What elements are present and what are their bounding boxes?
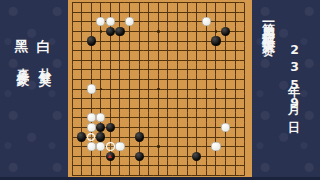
intersection-l9	[173, 75, 183, 85]
intersection-k11	[163, 94, 173, 104]
intersection-j8	[154, 65, 164, 75]
intersection-p2	[211, 8, 221, 18]
ghost-white-stone	[87, 133, 96, 142]
intersection-n14	[192, 123, 202, 133]
white-stone	[211, 142, 220, 151]
intersection-l13	[173, 113, 183, 123]
intersection-l12	[173, 103, 183, 113]
intersection-a6	[68, 46, 77, 56]
intersection-f12	[115, 103, 125, 113]
intersection-n13	[192, 113, 202, 123]
intersection-n9	[192, 75, 202, 85]
intersection-e5	[106, 36, 116, 46]
intersection-h1	[134, 0, 144, 8]
intersection-f3	[115, 17, 125, 27]
white-stone	[221, 123, 230, 132]
intersection-h13	[134, 113, 144, 123]
intersection-b18	[77, 161, 87, 171]
intersection-b6	[77, 46, 87, 56]
intersection-e18	[106, 161, 116, 171]
intersection-m10	[182, 84, 192, 94]
intersection-d2	[96, 8, 106, 18]
intersection-g16	[125, 142, 135, 152]
intersection-j9	[154, 75, 164, 85]
intersection-g13	[125, 113, 135, 123]
intersection-n7	[192, 55, 202, 65]
intersection-q16	[221, 142, 231, 152]
intersection-b7	[77, 55, 87, 65]
intersection-i16	[144, 142, 154, 152]
intersection-c8	[86, 65, 96, 75]
intersection-q5	[221, 36, 231, 46]
intersection-h14	[134, 123, 144, 133]
intersection-k4	[163, 27, 173, 37]
intersection-l5	[173, 36, 183, 46]
intersection-e6	[106, 46, 116, 56]
intersection-j6	[154, 46, 164, 56]
intersection-f2	[115, 8, 125, 18]
intersection-j17	[154, 151, 164, 161]
event-title: 第一届烂柯杯半决赛	[259, 12, 277, 35]
black-stone-last-move	[106, 152, 115, 161]
intersection-c5	[86, 36, 96, 46]
intersection-a1	[68, 0, 77, 8]
intersection-s10	[240, 84, 250, 94]
intersection-e2	[106, 8, 116, 18]
black-stone	[135, 152, 144, 161]
intersection-r16	[230, 142, 240, 152]
intersection-c13	[86, 113, 96, 123]
intersection-s6	[240, 46, 250, 56]
intersection-m11	[182, 94, 192, 104]
intersection-g8	[125, 65, 135, 75]
intersection-k3	[163, 17, 173, 27]
intersection-h15	[134, 132, 144, 142]
white-stone	[87, 84, 96, 93]
intersection-g5	[125, 36, 135, 46]
intersection-g3	[125, 17, 135, 27]
intersection-n4	[192, 27, 202, 37]
intersection-h3	[134, 17, 144, 27]
intersection-h7	[134, 55, 144, 65]
intersection-d14	[96, 123, 106, 133]
intersection-g11	[125, 94, 135, 104]
intersection-o17	[202, 151, 212, 161]
intersection-a7	[68, 55, 77, 65]
intersection-n18	[192, 161, 202, 171]
intersection-c16	[86, 142, 96, 152]
intersection-r2	[230, 8, 240, 18]
intersection-g7	[125, 55, 135, 65]
star-point	[157, 30, 159, 32]
intersection-a10	[68, 84, 77, 94]
intersection-m12	[182, 103, 192, 113]
intersection-h17	[134, 151, 144, 161]
intersection-m4	[182, 27, 192, 37]
intersection-o12	[202, 103, 212, 113]
intersection-e8	[106, 65, 116, 75]
intersection-l8	[173, 65, 183, 75]
intersection-i4	[144, 27, 154, 37]
intersection-q10	[221, 84, 231, 94]
intersection-h10	[134, 84, 144, 94]
white-stone	[87, 142, 96, 151]
intersection-r15	[230, 132, 240, 142]
intersection-g18	[125, 161, 135, 171]
intersection-c10	[86, 84, 96, 94]
intersection-h11	[134, 94, 144, 104]
intersection-q4	[221, 27, 231, 37]
intersection-n2	[192, 8, 202, 18]
intersection-p8	[211, 65, 221, 75]
intersection-d17	[96, 151, 106, 161]
intersection-q18	[221, 161, 231, 171]
intersection-f9	[115, 75, 125, 85]
white-stone	[106, 17, 115, 26]
intersection-s13	[240, 113, 250, 123]
intersection-e4	[106, 27, 116, 37]
white-stone	[115, 142, 124, 151]
intersection-q8	[221, 65, 231, 75]
intersection-b8	[77, 65, 87, 75]
intersection-m17	[182, 151, 192, 161]
intersection-b1	[77, 0, 87, 8]
intersection-n5	[192, 36, 202, 46]
intersection-e7	[106, 55, 116, 65]
intersection-e17	[106, 151, 116, 161]
intersection-s7	[240, 55, 250, 65]
intersection-i11	[144, 94, 154, 104]
star-point	[157, 88, 159, 90]
intersection-p17	[211, 151, 221, 161]
intersection-p11	[211, 94, 221, 104]
intersection-b13	[77, 113, 87, 123]
intersection-l7	[173, 55, 183, 65]
intersection-f5	[115, 36, 125, 46]
intersection-s12	[240, 103, 250, 113]
intersection-o13	[202, 113, 212, 123]
intersection-m6	[182, 46, 192, 56]
intersection-k7	[163, 55, 173, 65]
intersection-d10	[96, 84, 106, 94]
intersection-c3	[86, 17, 96, 27]
black-player-name: 辜梓豪	[14, 58, 31, 67]
intersection-b2	[77, 8, 87, 18]
intersection-i17	[144, 151, 154, 161]
intersection-q11	[221, 94, 231, 104]
black-stone	[192, 152, 201, 161]
intersection-c6	[86, 46, 96, 56]
intersection-m16	[182, 142, 192, 152]
intersection-r10	[230, 84, 240, 94]
intersection-s16	[240, 142, 250, 152]
white-stone	[96, 142, 105, 151]
intersection-e12	[106, 103, 116, 113]
intersection-b4	[77, 27, 87, 37]
intersection-m15	[182, 132, 192, 142]
intersection-n8	[192, 65, 202, 75]
intersection-p12	[211, 103, 221, 113]
intersection-j4	[154, 27, 164, 37]
intersection-g14	[125, 123, 135, 133]
intersection-f14	[115, 123, 125, 133]
black-stone	[106, 123, 115, 132]
intersection-d7	[96, 55, 106, 65]
event-date: 23年5月9日	[285, 42, 302, 113]
intersection-l2	[173, 8, 183, 18]
intersection-p14	[211, 123, 221, 133]
black-stone	[106, 27, 115, 36]
intersection-c9	[86, 75, 96, 85]
intersection-j7	[154, 55, 164, 65]
broadcast-frame: 白 朴健昊 黑 辜梓豪 第一届烂柯杯半决赛 23年5月9日	[0, 0, 320, 180]
black-stone	[221, 27, 230, 36]
intersection-j1	[154, 0, 164, 8]
intersection-c1	[86, 0, 96, 8]
intersection-g4	[125, 27, 135, 37]
intersection-c17	[86, 151, 96, 161]
intersection-l11	[173, 94, 183, 104]
white-stone	[96, 17, 105, 26]
intersection-d1	[96, 0, 106, 8]
intersection-r6	[230, 46, 240, 56]
intersection-l15	[173, 132, 183, 142]
intersection-r5	[230, 36, 240, 46]
intersection-l14	[173, 123, 183, 133]
intersection-h18	[134, 161, 144, 171]
intersection-j15	[154, 132, 164, 142]
intersection-i5	[144, 36, 154, 46]
intersection-i3	[144, 17, 154, 27]
intersection-s15	[240, 132, 250, 142]
intersection-p18	[211, 161, 221, 171]
intersection-d12	[96, 103, 106, 113]
intersection-d18	[96, 161, 106, 171]
white-stone	[125, 17, 134, 26]
intersection-f16	[115, 142, 125, 152]
intersection-i18	[144, 161, 154, 171]
intersection-j18	[154, 161, 164, 171]
intersection-k18	[163, 161, 173, 171]
star-point	[215, 30, 217, 32]
intersection-q6	[221, 46, 231, 56]
intersection-k2	[163, 8, 173, 18]
intersection-n6	[192, 46, 202, 56]
intersection-c14	[86, 123, 96, 133]
intersection-n17	[192, 151, 202, 161]
intersection-s2	[240, 8, 250, 18]
intersection-o1	[202, 0, 212, 8]
intersection-f8	[115, 65, 125, 75]
intersection-m18	[182, 161, 192, 171]
intersection-a18	[68, 161, 77, 171]
intersection-o11	[202, 94, 212, 104]
intersection-j5	[154, 36, 164, 46]
intersection-s4	[240, 27, 250, 37]
intersection-l6	[173, 46, 183, 56]
intersection-k17	[163, 151, 173, 161]
intersection-h8	[134, 65, 144, 75]
intersection-i12	[144, 103, 154, 113]
intersection-r8	[230, 65, 240, 75]
intersection-q3	[221, 17, 231, 27]
intersection-l10	[173, 84, 183, 94]
intersection-i9	[144, 75, 154, 85]
intersection-q1	[221, 0, 231, 8]
intersection-a3	[68, 17, 77, 27]
intersection-b14	[77, 123, 87, 133]
intersection-c4	[86, 27, 96, 37]
intersection-f15	[115, 132, 125, 142]
intersection-d5	[96, 36, 106, 46]
intersection-f4	[115, 27, 125, 37]
black-stone	[211, 36, 220, 45]
white-stone	[87, 113, 96, 122]
star-point	[100, 88, 102, 90]
intersection-o7	[202, 55, 212, 65]
intersection-q17	[221, 151, 231, 161]
black-stone	[87, 36, 96, 45]
intersection-s17	[240, 151, 250, 161]
intersection-j2	[154, 8, 164, 18]
intersection-g12	[125, 103, 135, 113]
intersection-b10	[77, 84, 87, 94]
go-board	[68, 0, 252, 180]
intersection-i8	[144, 65, 154, 75]
intersection-p3	[211, 17, 221, 27]
intersection-a12	[68, 103, 77, 113]
intersection-o16	[202, 142, 212, 152]
intersection-b16	[77, 142, 87, 152]
intersection-e13	[106, 113, 116, 123]
intersection-h5	[134, 36, 144, 46]
intersection-n1	[192, 0, 202, 8]
intersection-r3	[230, 17, 240, 27]
intersection-e16	[106, 142, 116, 152]
intersection-q2	[221, 8, 231, 18]
intersection-s3	[240, 17, 250, 27]
intersection-j14	[154, 123, 164, 133]
intersection-a16	[68, 142, 77, 152]
intersection-c11	[86, 94, 96, 104]
intersection-p5	[211, 36, 221, 46]
intersection-a14	[68, 123, 77, 133]
intersection-e15	[106, 132, 116, 142]
intersection-g15	[125, 132, 135, 142]
intersection-h12	[134, 103, 144, 113]
intersection-d9	[96, 75, 106, 85]
intersection-j16	[154, 142, 164, 152]
intersection-i2	[144, 8, 154, 18]
intersection-m14	[182, 123, 192, 133]
intersection-h9	[134, 75, 144, 85]
intersection-i13	[144, 113, 154, 123]
intersection-d4	[96, 27, 106, 37]
intersection-m5	[182, 36, 192, 46]
intersection-i7	[144, 55, 154, 65]
intersection-e14	[106, 123, 116, 133]
intersection-k10	[163, 84, 173, 94]
intersection-i15	[144, 132, 154, 142]
intersection-j12	[154, 103, 164, 113]
intersection-p13	[211, 113, 221, 123]
intersection-d11	[96, 94, 106, 104]
intersection-o8	[202, 65, 212, 75]
intersection-a8	[68, 65, 77, 75]
letterbox-bottom	[0, 177, 320, 180]
intersection-l1	[173, 0, 183, 8]
intersection-e3	[106, 17, 116, 27]
intersection-h6	[134, 46, 144, 56]
intersection-q13	[221, 113, 231, 123]
intersection-s18	[240, 161, 250, 171]
intersection-k8	[163, 65, 173, 75]
intersection-k5	[163, 36, 173, 46]
intersection-e1	[106, 0, 116, 8]
intersection-a4	[68, 27, 77, 37]
intersection-o6	[202, 46, 212, 56]
last-move-triangle-marker	[108, 154, 112, 158]
intersection-j11	[154, 94, 164, 104]
intersection-k14	[163, 123, 173, 133]
intersection-b11	[77, 94, 87, 104]
intersection-h4	[134, 27, 144, 37]
intersection-o14	[202, 123, 212, 133]
intersection-i6	[144, 46, 154, 56]
intersection-p15	[211, 132, 221, 142]
intersection-f7	[115, 55, 125, 65]
intersection-p6	[211, 46, 221, 56]
intersection-a13	[68, 113, 77, 123]
intersection-l4	[173, 27, 183, 37]
intersection-a17	[68, 151, 77, 161]
intersection-o4	[202, 27, 212, 37]
intersection-r4	[230, 27, 240, 37]
intersection-h2	[134, 8, 144, 18]
go-board-grid	[68, 0, 249, 180]
intersection-i14	[144, 123, 154, 133]
intersection-k16	[163, 142, 173, 152]
intersection-m13	[182, 113, 192, 123]
intersection-r7	[230, 55, 240, 65]
intersection-g17	[125, 151, 135, 161]
intersection-r13	[230, 113, 240, 123]
intersection-n16	[192, 142, 202, 152]
intersection-i1	[144, 0, 154, 8]
intersection-k1	[163, 0, 173, 8]
black-stone	[115, 27, 124, 36]
intersection-c18	[86, 161, 96, 171]
intersection-b17	[77, 151, 87, 161]
intersection-s8	[240, 65, 250, 75]
intersection-s9	[240, 75, 250, 85]
intersection-q14	[221, 123, 231, 133]
intersection-g2	[125, 8, 135, 18]
intersection-m2	[182, 8, 192, 18]
intersection-m7	[182, 55, 192, 65]
intersection-b15	[77, 132, 87, 142]
intersection-j10	[154, 84, 164, 94]
intersection-m3	[182, 17, 192, 27]
intersection-n12	[192, 103, 202, 113]
intersection-p7	[211, 55, 221, 65]
event-panel: 第一届烂柯杯半决赛 23年5月9日	[252, 0, 320, 180]
intersection-m9	[182, 75, 192, 85]
intersection-f10	[115, 84, 125, 94]
intersection-j13	[154, 113, 164, 123]
intersection-p4	[211, 27, 221, 37]
intersection-k9	[163, 75, 173, 85]
